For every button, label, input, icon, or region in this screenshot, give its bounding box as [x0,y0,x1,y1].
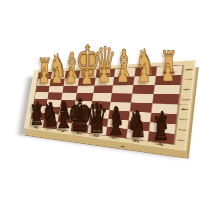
file-label-b: B [133,139,140,144]
rank-label-6: 6 [180,89,192,91]
file-label-h: H [34,126,39,129]
square-a7 [155,75,181,85]
square-d6 [93,85,112,93]
rank-label-8: 8 [183,69,195,71]
square-c7 [113,76,134,85]
square-a6 [154,85,180,95]
file-label-g: G [47,128,52,132]
file-label-a: A [156,142,164,147]
square-f7 [63,78,79,86]
file-label-e: E [76,131,81,135]
square-b7 [133,76,157,85]
rank-label-5: 5 [179,98,191,100]
rank-label-7: 7 [181,79,193,81]
rank-label-2: 2 [176,128,188,131]
chess-set-photo: HGFEDCBA87654321 ♜♞♝♛♚♝♞♜♟♟♟♟♟♟♟♟♟♟♟♟♟♟♟… [0,0,200,200]
square-b6 [132,85,156,94]
file-label-c: C [112,136,119,140]
maker-stamp [121,146,125,148]
file-label-f: F [61,129,65,133]
square-d7 [95,77,114,85]
rank-label-4: 4 [178,108,190,110]
rank-label-1: 1 [175,138,187,141]
rank-label-3: 3 [177,118,189,121]
file-label-d: D [93,134,99,138]
square-e7 [78,78,96,86]
square-c6 [111,85,132,94]
